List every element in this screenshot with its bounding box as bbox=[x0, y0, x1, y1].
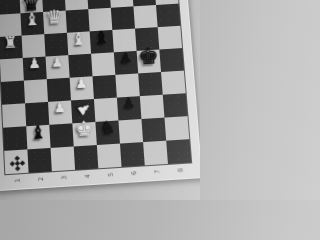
square-d7[interactable]: ♚ bbox=[137, 49, 161, 73]
piece-white-pawn[interactable]: ♟ bbox=[28, 52, 42, 75]
piece-white-queen[interactable]: ♛ bbox=[45, 6, 64, 29]
piece-white-pawn[interactable]: ♟ bbox=[75, 72, 89, 95]
square-g5[interactable]: ♞ bbox=[95, 120, 120, 145]
square-c5[interactable]: ♝ bbox=[90, 30, 114, 54]
square-f8[interactable] bbox=[163, 93, 188, 117]
square-g4[interactable]: ♚ bbox=[72, 122, 97, 147]
square-e5[interactable] bbox=[92, 75, 116, 99]
square-g6[interactable] bbox=[118, 119, 143, 144]
square-d3[interactable]: ♟ bbox=[46, 55, 70, 79]
piece-black-bishop[interactable]: ♝ bbox=[29, 120, 46, 144]
rank-label: 6 bbox=[129, 161, 139, 185]
square-b8[interactable] bbox=[156, 4, 180, 28]
square-f1[interactable] bbox=[2, 103, 26, 127]
piece-white-king[interactable]: ♚ bbox=[75, 117, 94, 141]
board-grid: ♛♝♛♜♝♝♟♟♟♚♟♟♟♟♝♚♞ bbox=[0, 0, 191, 174]
rank-label: 7 bbox=[152, 160, 162, 184]
square-g7[interactable] bbox=[141, 118, 166, 143]
rank-label: 3 bbox=[59, 166, 68, 190]
square-e2[interactable] bbox=[24, 79, 48, 103]
square-c1[interactable]: ♜ bbox=[0, 36, 23, 60]
piece-black-pawn[interactable]: ♟ bbox=[122, 92, 136, 116]
square-d8[interactable] bbox=[159, 48, 184, 72]
board-emblem-icon: ◆ bbox=[5, 150, 29, 175]
piece-white-pawn[interactable]: ♟ bbox=[50, 51, 64, 74]
square-d6[interactable]: ♟ bbox=[114, 51, 138, 75]
square-b7[interactable] bbox=[133, 5, 157, 29]
piece-white-bishop[interactable]: ♝ bbox=[70, 27, 87, 50]
rank-label: 4 bbox=[82, 164, 92, 188]
piece-white-bishop[interactable]: ♝ bbox=[24, 7, 41, 30]
piece-black-king[interactable]: ♚ bbox=[137, 45, 159, 69]
rank-label: 5 bbox=[106, 163, 116, 187]
square-g3[interactable] bbox=[49, 123, 73, 148]
square-f6[interactable]: ♟ bbox=[117, 96, 142, 120]
square-f7[interactable] bbox=[140, 95, 165, 119]
square-b2[interactable]: ♝ bbox=[20, 12, 44, 36]
piece-white-rook[interactable]: ♜ bbox=[3, 31, 18, 54]
square-g1[interactable] bbox=[3, 126, 27, 151]
piece-black-bishop[interactable]: ♝ bbox=[93, 25, 110, 48]
square-e8[interactable] bbox=[161, 71, 186, 95]
square-e4[interactable]: ♟ bbox=[70, 76, 94, 100]
square-g8[interactable] bbox=[164, 116, 189, 141]
square-c8[interactable] bbox=[158, 26, 182, 50]
piece-white-pawn[interactable]: ♟ bbox=[53, 96, 67, 120]
square-d5[interactable] bbox=[91, 52, 115, 76]
square-b3[interactable]: ♛ bbox=[43, 11, 67, 35]
square-e1[interactable] bbox=[1, 81, 25, 105]
rank-label: 2 bbox=[36, 167, 45, 191]
square-g2[interactable]: ♝ bbox=[26, 125, 50, 150]
square-f3[interactable]: ♟ bbox=[48, 100, 72, 124]
square-d2[interactable]: ♟ bbox=[23, 57, 47, 81]
chess-board: ♛♝♛♜♝♝♟♟♟♚♟♟♟♟♝♚♞ 12345678 Chess ◆ bbox=[0, 0, 200, 191]
square-c4[interactable]: ♝ bbox=[67, 31, 91, 55]
photo-background: ♛♝♛♜♝♝♟♟♟♚♟♟♟♟♝♚♞ 12345678 Chess ◆ bbox=[0, 0, 200, 200]
piece-black-knight[interactable]: ♞ bbox=[99, 116, 116, 140]
rank-label: 8 bbox=[175, 158, 185, 182]
piece-black-pawn[interactable]: ♟ bbox=[119, 46, 133, 69]
square-d1[interactable] bbox=[0, 58, 24, 82]
square-b6[interactable] bbox=[111, 6, 135, 30]
square-e7[interactable] bbox=[138, 72, 163, 96]
